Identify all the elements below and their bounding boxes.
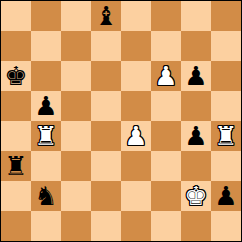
square-g3[interactable]	[181, 151, 211, 181]
black-knight-b2[interactable]: ♞	[34, 181, 57, 211]
square-h5[interactable]	[211, 91, 241, 121]
square-h8[interactable]	[211, 1, 241, 31]
square-d1[interactable]	[91, 211, 121, 241]
square-b2[interactable]: ♞	[31, 181, 61, 211]
square-e3[interactable]	[121, 151, 151, 181]
square-h7[interactable]	[211, 31, 241, 61]
square-f6[interactable]: ♟	[151, 61, 181, 91]
square-b3[interactable]	[31, 151, 61, 181]
black-rook-a3[interactable]: ♜	[4, 151, 27, 181]
square-h2[interactable]: ♟	[211, 181, 241, 211]
chess-board: ♝♚♟♟♟♜♟♟♜♜♞♚♟	[0, 0, 242, 242]
square-c5[interactable]	[61, 91, 91, 121]
square-c1[interactable]	[61, 211, 91, 241]
square-e2[interactable]	[121, 181, 151, 211]
square-d4[interactable]	[91, 121, 121, 151]
square-g1[interactable]	[181, 211, 211, 241]
square-h1[interactable]	[211, 211, 241, 241]
square-f2[interactable]	[151, 181, 181, 211]
square-b1[interactable]	[31, 211, 61, 241]
square-f7[interactable]	[151, 31, 181, 61]
square-d8[interactable]: ♝	[91, 1, 121, 31]
square-a7[interactable]	[1, 31, 31, 61]
square-d2[interactable]	[91, 181, 121, 211]
square-c6[interactable]	[61, 61, 91, 91]
square-d3[interactable]	[91, 151, 121, 181]
square-g8[interactable]	[181, 1, 211, 31]
square-f4[interactable]	[151, 121, 181, 151]
square-c8[interactable]	[61, 1, 91, 31]
square-h6[interactable]	[211, 61, 241, 91]
square-a1[interactable]	[1, 211, 31, 241]
square-g7[interactable]	[181, 31, 211, 61]
black-pawn-g6[interactable]: ♟	[184, 61, 207, 91]
square-e7[interactable]	[121, 31, 151, 61]
square-g4[interactable]: ♟	[181, 121, 211, 151]
square-f8[interactable]	[151, 1, 181, 31]
square-f5[interactable]	[151, 91, 181, 121]
square-g2[interactable]: ♚	[181, 181, 211, 211]
square-f1[interactable]	[151, 211, 181, 241]
square-h4[interactable]: ♜	[211, 121, 241, 151]
square-a5[interactable]	[1, 91, 31, 121]
square-b4[interactable]: ♜	[31, 121, 61, 151]
square-c3[interactable]	[61, 151, 91, 181]
square-a4[interactable]	[1, 121, 31, 151]
square-d5[interactable]	[91, 91, 121, 121]
square-e1[interactable]	[121, 211, 151, 241]
square-g6[interactable]: ♟	[181, 61, 211, 91]
square-c4[interactable]	[61, 121, 91, 151]
square-e6[interactable]	[121, 61, 151, 91]
square-a2[interactable]	[1, 181, 31, 211]
square-a8[interactable]	[1, 1, 31, 31]
square-f3[interactable]	[151, 151, 181, 181]
black-bishop-d8[interactable]: ♝	[94, 1, 117, 31]
black-pawn-g4[interactable]: ♟	[184, 121, 207, 151]
white-pawn-f6[interactable]: ♟	[154, 61, 177, 91]
black-pawn-h2[interactable]: ♟	[214, 181, 237, 211]
square-e5[interactable]	[121, 91, 151, 121]
square-e8[interactable]	[121, 1, 151, 31]
square-b8[interactable]	[31, 1, 61, 31]
white-pawn-e4[interactable]: ♟	[124, 121, 147, 151]
square-c2[interactable]	[61, 181, 91, 211]
square-h3[interactable]	[211, 151, 241, 181]
white-rook-h4[interactable]: ♜	[214, 121, 237, 151]
white-king-g2[interactable]: ♚	[184, 181, 207, 211]
square-g5[interactable]	[181, 91, 211, 121]
square-b6[interactable]	[31, 61, 61, 91]
square-a3[interactable]: ♜	[1, 151, 31, 181]
square-d7[interactable]	[91, 31, 121, 61]
black-pawn-b5[interactable]: ♟	[34, 91, 57, 121]
square-b7[interactable]	[31, 31, 61, 61]
white-rook-b4[interactable]: ♜	[34, 121, 57, 151]
square-a6[interactable]: ♚	[1, 61, 31, 91]
square-c7[interactable]	[61, 31, 91, 61]
square-d6[interactable]	[91, 61, 121, 91]
square-e4[interactable]: ♟	[121, 121, 151, 151]
square-b5[interactable]: ♟	[31, 91, 61, 121]
black-king-a6[interactable]: ♚	[4, 61, 27, 91]
